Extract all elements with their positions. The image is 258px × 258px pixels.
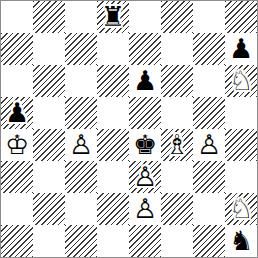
white-pawn[interactable]: ♟♙ [65,129,97,161]
square-c7[interactable] [65,33,97,65]
white-pawn[interactable]: ♟♙ [129,161,161,193]
piece-glyph: ♙ [129,161,161,193]
square-f8[interactable] [161,1,193,33]
white-knight[interactable]: ♞♘ [225,65,257,97]
square-e4[interactable]: ♚♚ [129,129,161,161]
square-g6[interactable] [193,65,225,97]
square-g4[interactable]: ♟♙ [193,129,225,161]
white-pawn[interactable]: ♟♙ [193,129,225,161]
square-h1[interactable]: ♞♞ [225,225,257,257]
piece-glyph: ♙ [193,129,225,161]
piece-glyph: ♘ [225,193,257,225]
square-c5[interactable] [65,97,97,129]
square-a6[interactable] [1,65,33,97]
square-c6[interactable] [65,65,97,97]
chess-board: ♜♜♟♟♟♟♞♘♟♟♚♔♟♙♚♚♝♗♟♙♟♙♟♙♞♘♞♞ [0,0,258,258]
square-h2[interactable]: ♞♘ [225,193,257,225]
square-b7[interactable] [33,33,65,65]
square-a3[interactable] [1,161,33,193]
square-a7[interactable] [1,33,33,65]
chess-board-grid: ♜♜♟♟♟♟♞♘♟♟♚♔♟♙♚♚♝♗♟♙♟♙♟♙♞♘♞♞ [1,1,257,257]
square-e5[interactable] [129,97,161,129]
piece-glyph: ♘ [225,65,257,97]
piece-glyph: ♔ [1,129,33,161]
white-bishop[interactable]: ♝♗ [161,129,193,161]
square-h3[interactable] [225,161,257,193]
piece-glyph: ♙ [129,193,161,225]
piece-glyph: ♟ [1,97,33,129]
square-f4[interactable]: ♝♗ [161,129,193,161]
square-b2[interactable] [33,193,65,225]
square-c8[interactable] [65,1,97,33]
square-g8[interactable] [193,1,225,33]
piece-glyph: ♟ [129,65,161,97]
square-g1[interactable] [193,225,225,257]
white-pawn[interactable]: ♟♙ [129,193,161,225]
square-e2[interactable]: ♟♙ [129,193,161,225]
square-b1[interactable] [33,225,65,257]
square-a4[interactable]: ♚♔ [1,129,33,161]
square-e8[interactable] [129,1,161,33]
square-f6[interactable] [161,65,193,97]
square-f7[interactable] [161,33,193,65]
square-c3[interactable] [65,161,97,193]
piece-glyph: ♚ [129,129,161,161]
white-knight[interactable]: ♞♘ [225,193,257,225]
square-d1[interactable] [97,225,129,257]
black-king[interactable]: ♚♚ [129,129,161,161]
square-c4[interactable]: ♟♙ [65,129,97,161]
black-pawn[interactable]: ♟♟ [225,33,257,65]
square-d2[interactable] [97,193,129,225]
square-h6[interactable]: ♞♘ [225,65,257,97]
square-g7[interactable] [193,33,225,65]
square-b6[interactable] [33,65,65,97]
square-d7[interactable] [97,33,129,65]
piece-glyph: ♜ [97,1,129,33]
square-c2[interactable] [65,193,97,225]
square-d4[interactable] [97,129,129,161]
piece-glyph: ♞ [225,225,257,257]
square-d8[interactable]: ♜♜ [97,1,129,33]
piece-glyph: ♗ [161,129,193,161]
square-g3[interactable] [193,161,225,193]
square-h7[interactable]: ♟♟ [225,33,257,65]
black-knight[interactable]: ♞♞ [225,225,257,257]
square-e3[interactable]: ♟♙ [129,161,161,193]
square-g2[interactable] [193,193,225,225]
square-b4[interactable] [33,129,65,161]
white-king[interactable]: ♚♔ [1,129,33,161]
square-f2[interactable] [161,193,193,225]
square-b8[interactable] [33,1,65,33]
square-h5[interactable] [225,97,257,129]
square-h8[interactable] [225,1,257,33]
square-e1[interactable] [129,225,161,257]
square-c1[interactable] [65,225,97,257]
square-e7[interactable] [129,33,161,65]
square-e6[interactable]: ♟♟ [129,65,161,97]
piece-glyph: ♙ [65,129,97,161]
black-pawn[interactable]: ♟♟ [129,65,161,97]
piece-glyph: ♟ [225,33,257,65]
square-b5[interactable] [33,97,65,129]
square-a1[interactable] [1,225,33,257]
square-a5[interactable]: ♟♟ [1,97,33,129]
square-f1[interactable] [161,225,193,257]
square-b3[interactable] [33,161,65,193]
square-a8[interactable] [1,1,33,33]
black-rook[interactable]: ♜♜ [97,1,129,33]
square-d3[interactable] [97,161,129,193]
square-f5[interactable] [161,97,193,129]
square-g5[interactable] [193,97,225,129]
square-h4[interactable] [225,129,257,161]
square-a2[interactable] [1,193,33,225]
square-d5[interactable] [97,97,129,129]
black-pawn[interactable]: ♟♟ [1,97,33,129]
square-d6[interactable] [97,65,129,97]
square-f3[interactable] [161,161,193,193]
